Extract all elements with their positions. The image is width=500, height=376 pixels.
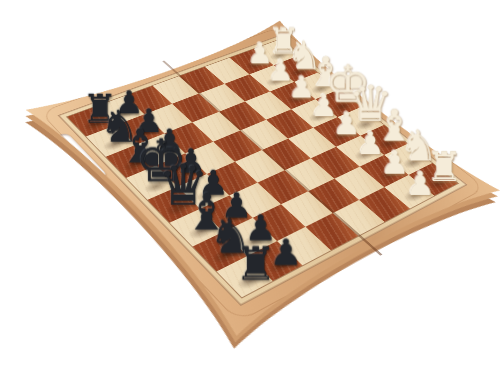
white-r-glyph: ♜ [268,24,300,60]
square [192,112,240,142]
board-3d-orientation: ♜♞♝♛♚♝♞♜♟♟♟♟♟♟♟♟♟♟♟♟♟♟♟♟♜♞♝♛♚♝♞♜ [0,0,500,376]
white-p-glyph: ♟ [267,56,293,86]
square [266,109,313,138]
square [153,76,199,104]
square [199,84,245,112]
square [230,49,274,74]
square [225,74,270,101]
piece-white-p: ♟ [291,99,337,127]
chess-set-photo: ♜♞♝♛♚♝♞♜♟♟♟♟♟♟♟♟♟♟♟♟♟♟♟♟♜♞♝♛♚♝♞♜ [0,0,500,376]
square [240,120,288,150]
white-p-glyph: ♟ [310,90,337,121]
square [205,58,250,84]
white-p-glyph: ♟ [405,167,435,200]
white-n-glyph: ♞ [287,37,322,76]
square [291,99,337,127]
piece-white-p: ♟ [230,49,274,74]
white-k-glyph: ♚ [324,59,370,111]
piece-white-p: ♟ [313,117,360,147]
pieces-layer: ♜♞♝♛♚♝♞♜♟♟♟♟♟♟♟♟♟♟♟♟♟♟♟♟♜♞♝♛♚♝♞♜ [67,41,458,298]
black-r-glyph: ♜ [234,241,276,287]
square [316,89,362,117]
piece-white-p: ♟ [336,136,384,167]
piece-white-n: ♞ [274,56,318,82]
square [245,92,291,120]
white-p-glyph: ♟ [247,39,273,68]
white-b-glyph: ♝ [307,51,344,93]
piece-white-p: ♟ [249,65,294,91]
square [274,56,318,82]
square [313,117,360,147]
square [179,67,224,94]
square [270,82,316,109]
square [338,107,384,136]
square [249,65,294,91]
square [294,73,339,100]
piece-white-k: ♚ [316,89,362,117]
square [288,128,336,159]
board-3d-wrap: ♜♞♝♛♚♝♞♜♟♟♟♟♟♟♟♟♟♟♟♟♟♟♟♟♜♞♝♛♚♝♞♜ [26,21,500,336]
square [336,136,384,167]
white-b-glyph: ♝ [374,104,413,148]
white-p-glyph: ♟ [332,108,360,139]
white-q-glyph: ♛ [348,79,393,129]
square [172,94,219,123]
piece-white-p: ♟ [270,82,316,109]
square [219,101,266,130]
piece-white-b: ♝ [294,73,339,100]
piece-white-r: ♜ [254,41,297,66]
piece-white-q: ♛ [338,107,384,136]
white-p-glyph: ♟ [288,73,315,103]
square [254,41,297,66]
